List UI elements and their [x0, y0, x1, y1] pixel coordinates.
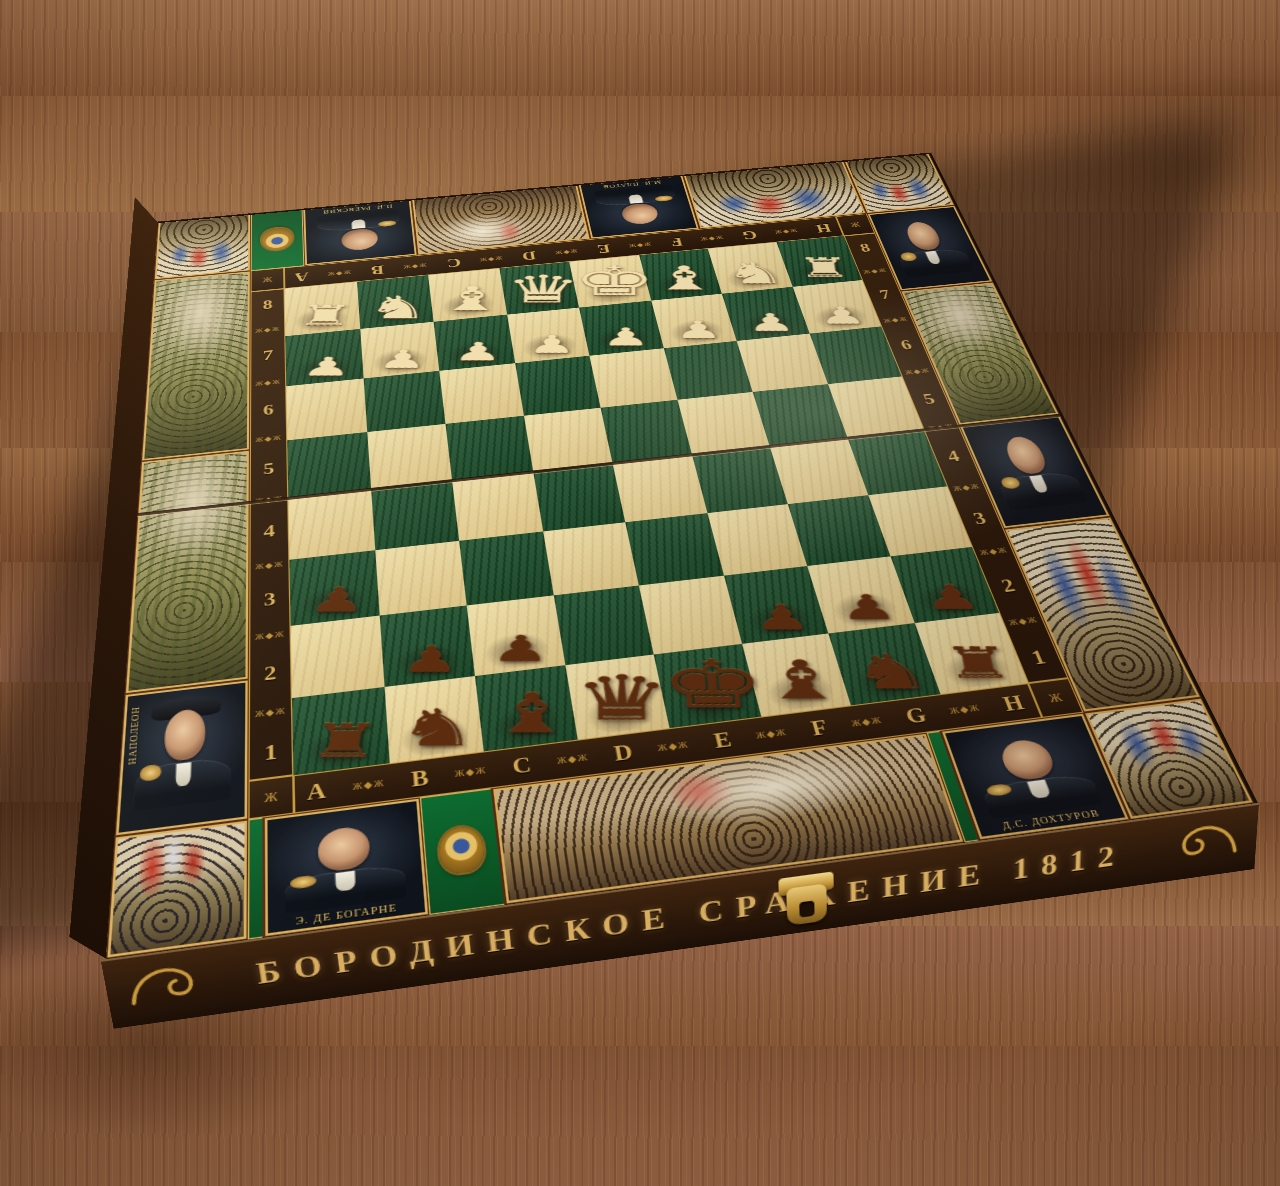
imperial-crest-panel	[251, 209, 305, 271]
corner-battle-scene	[110, 823, 244, 954]
strip-ornament: Ж◆Ж	[850, 715, 884, 729]
portrait-face	[164, 708, 207, 763]
corner-battle-scene	[157, 215, 249, 278]
portrait-М.И. ПЛАТОВ: М.И. ПЛАТОВ	[581, 176, 697, 237]
square-g4[interactable]	[769, 437, 867, 503]
piece-white-pawn[interactable]: ♟	[452, 339, 503, 364]
portrait-face	[341, 228, 379, 252]
rim-flourish-icon	[121, 955, 210, 1011]
strip-ornament: Ж◆Ж	[255, 325, 280, 334]
square-d3[interactable]	[543, 522, 639, 596]
coord-label-C: C	[446, 255, 462, 271]
piece-shadow	[582, 690, 658, 735]
strip-corner-ornament: Ж	[248, 775, 294, 819]
coord-label-H: H	[999, 690, 1027, 717]
square-a1[interactable]: ♜	[292, 687, 389, 776]
coord-label-5: 5	[920, 390, 937, 408]
square-d4[interactable]	[533, 463, 626, 531]
coord-label-2: 2	[264, 661, 277, 686]
coord-label-6: 6	[898, 337, 915, 354]
square-e5[interactable]	[601, 399, 692, 462]
square-a5[interactable]	[287, 432, 370, 498]
coord-label-4: 4	[263, 521, 275, 542]
piece-black-pawn[interactable]: ♟	[306, 583, 367, 617]
imperial-crest-panel	[420, 788, 506, 915]
piece-black-queen[interactable]: ♛	[573, 668, 672, 730]
portrait-label: НАПОЛЕОН	[126, 705, 142, 765]
square-e1[interactable]: ♚	[654, 643, 761, 728]
square-a6[interactable]	[286, 378, 367, 440]
piece-shadow	[742, 599, 817, 640]
strip-ornament: Ж◆Ж	[700, 234, 725, 242]
piece-white-rook[interactable]: ♜	[294, 301, 355, 329]
square-a2[interactable]	[291, 616, 384, 698]
strip-ornament: Ж◆Ж	[1007, 615, 1039, 627]
strip-ornament: Ж◆Ж	[555, 248, 580, 256]
piece-white-knight[interactable]: ♞	[723, 258, 787, 288]
strip-ornament: Ж◆Ж	[479, 255, 503, 263]
square-f3[interactable]	[707, 504, 807, 576]
portrait	[963, 417, 1107, 526]
battle-scene-panel	[128, 453, 246, 691]
piece-white-king[interactable]: ♚	[572, 260, 656, 301]
strip-ornament: Ж◆Ж	[255, 494, 283, 505]
square-d2[interactable]	[553, 586, 653, 665]
piece-black-knight[interactable]: ♞	[848, 647, 933, 696]
coord-label-E: E	[711, 726, 734, 753]
coord-label-G: G	[740, 227, 759, 242]
coord-label-1: 1	[1028, 646, 1049, 671]
portrait-Д.С. ДОХТУРОВ: Д.С. ДОХТУРОВ	[945, 716, 1125, 837]
piece-white-pawn[interactable]: ♟	[817, 303, 868, 327]
piece-black-pawn[interactable]: ♟	[490, 631, 549, 667]
piece-shadow	[490, 701, 565, 747]
chess-box: БОРОДИНСКОЕ СРАЖЕНИЕ 1812 БОРОДИНСКОЕ СР…	[106, 153, 1254, 959]
strip-ornament: Ж◆Ж	[556, 752, 589, 766]
square-b5[interactable]	[367, 424, 452, 489]
portrait-Н.Н. РАЕВСКИЙ: Н.Н. РАЕВСКИЙ	[305, 201, 414, 264]
square-c1[interactable]: ♝	[475, 665, 577, 752]
square-d7[interactable]: ♟	[507, 307, 590, 363]
piece-black-pawn[interactable]: ♟	[921, 580, 984, 614]
strip-ornament: Ж◆Ж	[657, 739, 690, 753]
piece-shadow	[300, 582, 368, 622]
piece-black-bishop[interactable]: ♝	[487, 686, 575, 741]
strip-ornament: Ж◆Ж	[403, 262, 427, 270]
portrait-uniform	[897, 248, 975, 277]
battle-scene-panel	[1008, 519, 1197, 709]
portrait-НАПОЛЕОН: НАПОЛЕОН	[119, 683, 246, 833]
portrait-face	[317, 824, 370, 873]
strip-ornament: Ж◆Ж	[978, 546, 1009, 557]
strip-ornament: Ж◆Ж	[948, 703, 982, 717]
portrait-uniform	[134, 757, 232, 811]
square-c3[interactable]	[459, 531, 553, 605]
square-g2[interactable]: ♟	[807, 556, 914, 633]
coord-label-B: B	[410, 764, 429, 792]
coord-label-3: 3	[264, 588, 276, 611]
piece-white-pawn[interactable]: ♟	[602, 325, 650, 350]
strip-ornament: Ж◆Ж	[882, 315, 909, 324]
square-h1[interactable]: ♜	[914, 612, 1028, 694]
piece-shadow	[761, 668, 839, 712]
piece-black-bishop[interactable]: ♝	[758, 654, 848, 707]
strip-ornament: Ж◆Ж	[952, 482, 982, 493]
border-corner-bottom-left	[106, 819, 248, 958]
piece-white-bishop[interactable]: ♝	[436, 282, 506, 316]
piece-black-rook[interactable]: ♜	[940, 642, 1018, 685]
square-h2[interactable]: ♟	[890, 547, 999, 623]
square-c7[interactable]: ♟	[434, 314, 515, 370]
square-a8[interactable]: ♜	[284, 282, 359, 336]
coord-label-8: 8	[858, 240, 873, 255]
piece-white-queen[interactable]: ♛	[504, 270, 582, 308]
square-c5[interactable]	[445, 415, 532, 479]
square-b7[interactable]: ♟	[360, 321, 440, 378]
coord-label-3: 3	[970, 508, 989, 529]
square-c8[interactable]: ♝	[428, 268, 506, 321]
square-b6[interactable]	[363, 371, 445, 432]
coord-label-6: 6	[263, 401, 274, 419]
piece-shadow	[937, 647, 1017, 690]
piece-black-rook[interactable]: ♜	[305, 718, 383, 765]
strip-ornament: Ж◆Ж	[255, 378, 281, 387]
piece-white-pawn[interactable]: ♟	[300, 354, 354, 380]
square-f1[interactable]: ♝	[741, 633, 850, 717]
piece-black-king[interactable]: ♚	[659, 652, 768, 719]
piece-black-pawn[interactable]: ♟	[400, 641, 462, 677]
square-d5[interactable]	[523, 407, 612, 471]
piece-white-knight[interactable]: ♞	[365, 291, 431, 322]
coord-label-4: 4	[944, 447, 962, 466]
battle-scene-panel	[144, 273, 248, 459]
border-corner-top-left	[154, 213, 251, 280]
square-c2[interactable]: ♟	[467, 595, 565, 675]
portrait-face	[996, 737, 1058, 781]
bicorne-hat-icon	[151, 693, 220, 722]
coord-label-E: E	[596, 241, 612, 256]
square-e7[interactable]: ♟	[579, 300, 663, 355]
coord-label-A: A	[307, 777, 327, 806]
square-h4[interactable]	[847, 429, 947, 495]
square-f2[interactable]: ♟	[723, 566, 828, 643]
square-d1[interactable]: ♛	[565, 654, 670, 740]
strip-ornament: Ж◆Ж	[904, 367, 932, 376]
coord-label-D: D	[612, 739, 635, 767]
strip-ornament: Ж◆Ж	[352, 777, 385, 792]
square-g3[interactable]	[788, 495, 890, 566]
scene: БОРОДИНСКОЕ СРАЖЕНИЕ 1812 БОРОДИНСКОЕ СР…	[0, 0, 1280, 1186]
piece-white-pawn[interactable]: ♟	[376, 347, 428, 372]
corner-battle-scene	[847, 154, 952, 211]
rim-flourish-icon	[1168, 814, 1241, 867]
coord-label-A: A	[294, 269, 308, 285]
piece-white-bishop[interactable]: ♝	[651, 262, 719, 295]
coord-label-5: 5	[263, 459, 274, 479]
square-h3[interactable]	[868, 486, 972, 556]
coord-label-G: G	[902, 702, 929, 729]
fold-seam	[137, 414, 1061, 516]
piece-white-pawn[interactable]: ♟	[674, 318, 723, 343]
portrait-uniform	[981, 773, 1103, 819]
strip-ornament: Ж◆Ж	[755, 727, 788, 741]
strip-ornament: Ж◆Ж	[927, 422, 956, 432]
square-a4[interactable]	[288, 489, 374, 560]
square-d8[interactable]: ♛	[499, 262, 579, 315]
piece-shadow	[481, 629, 553, 671]
square-b2[interactable]: ♟	[379, 605, 475, 686]
square-e2[interactable]	[639, 576, 742, 654]
strip-ornament: Ж◆Ж	[454, 765, 487, 779]
portrait-face	[903, 221, 945, 251]
square-b1[interactable]: ♞	[384, 676, 484, 764]
piece-shadow	[672, 679, 749, 723]
square-c4[interactable]	[452, 471, 543, 540]
square-b8[interactable]: ♞	[357, 275, 434, 329]
portrait-face	[1001, 435, 1051, 475]
square-a3[interactable]: ♟	[289, 550, 379, 626]
piece-shadow	[849, 658, 928, 701]
green-ornament-separator	[927, 731, 980, 843]
piece-black-knight[interactable]: ♞	[396, 702, 480, 754]
coord-label-7: 7	[263, 347, 273, 364]
square-e3[interactable]	[625, 513, 723, 586]
square-e4[interactable]	[612, 454, 706, 522]
square-d6[interactable]	[515, 356, 601, 416]
portrait-label	[1005, 513, 1106, 525]
square-e8[interactable]: ♚	[569, 255, 650, 307]
piece-white-pawn[interactable]: ♟	[527, 332, 576, 357]
piece-shadow	[398, 713, 473, 759]
coord-label-2: 2	[998, 574, 1018, 597]
strip-ornament: Ж◆Ж	[255, 629, 285, 642]
square-g1[interactable]: ♞	[828, 623, 940, 706]
brass-clasp	[771, 870, 842, 932]
square-b3[interactable]	[375, 540, 467, 615]
strip-ornament: Ж◆Ж	[628, 241, 653, 249]
square-c6[interactable]	[439, 363, 523, 423]
portrait-face	[620, 203, 660, 226]
coord-label-1: 1	[264, 740, 277, 767]
coord-label-H: H	[814, 220, 834, 235]
strip-ornament: Ж◆Ж	[774, 227, 799, 235]
square-a7[interactable]: ♟	[285, 329, 363, 387]
square-f4[interactable]	[691, 446, 787, 513]
square-e6[interactable]	[589, 348, 676, 407]
piece-shadow	[392, 640, 464, 683]
coord-label-F: F	[669, 234, 684, 249]
square-b4[interactable]	[371, 480, 460, 550]
portrait-uniform	[997, 471, 1088, 510]
strip-ornament: Ж◆Ж	[862, 267, 888, 275]
piece-shadow	[827, 589, 903, 629]
strip-ornament: Ж◆Ж	[328, 269, 352, 277]
piece-black-pawn[interactable]: ♟	[837, 590, 899, 624]
coord-label-C: C	[511, 751, 533, 779]
green-ornament-separator	[248, 817, 264, 939]
coord-label-7: 7	[877, 287, 893, 303]
strip-ornament: Ж◆Ж	[255, 559, 284, 571]
coord-label-B: B	[371, 262, 385, 278]
border-band-right	[867, 205, 1202, 712]
piece-white-rook[interactable]: ♜	[795, 254, 853, 281]
strip-ornament: Ж◆Ж	[255, 706, 286, 720]
strip-ornament: Ж◆Ж	[255, 434, 282, 444]
coord-label-D: D	[521, 248, 537, 263]
piece-black-pawn[interactable]: ♟	[752, 600, 812, 635]
piece-white-pawn[interactable]: ♟	[746, 310, 796, 334]
coord-label-F: F	[808, 714, 830, 741]
portrait-uniform	[285, 864, 407, 914]
coord-label-8: 8	[263, 297, 273, 313]
portrait-Э. ДЕ БОГАРНЕ: Э. ДЕ БОГАРНЕ	[267, 801, 425, 933]
piece-shadow	[304, 724, 378, 771]
piece-shadow	[911, 579, 987, 619]
